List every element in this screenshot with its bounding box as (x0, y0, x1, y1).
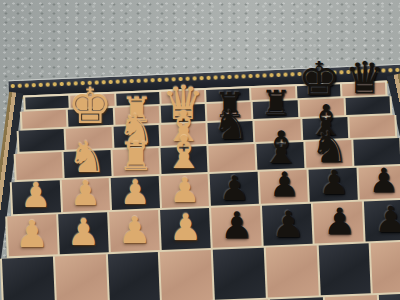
square-b5 (64, 150, 111, 178)
square-h8 (342, 82, 386, 96)
square-f7 (253, 100, 298, 119)
square-e2 (213, 248, 266, 300)
square-f6 (255, 119, 301, 142)
square-h7 (345, 96, 390, 115)
square-c4 (111, 176, 160, 210)
square-c8 (116, 92, 160, 106)
square-h4 (358, 166, 400, 200)
chessboard (0, 0, 400, 300)
square-d6 (160, 123, 206, 146)
square-c7 (114, 106, 159, 125)
square-g5 (305, 140, 352, 168)
square-a4 (12, 180, 61, 214)
square-b6 (66, 127, 112, 150)
square-e3 (211, 206, 262, 248)
square-f4 (259, 170, 308, 204)
square-d3 (160, 208, 211, 250)
square-f5 (257, 142, 304, 170)
square-h1 (379, 293, 400, 300)
square-d7 (160, 104, 205, 123)
square-e4 (210, 172, 259, 206)
chess-set-photo: ♚♛♚♜♛♜♜♞♝♞♝♞♜♝♝♞♟♟♟♟♟♟♟♟♟♟♟♟♟♟♟♟ (0, 0, 400, 300)
square-g3 (313, 202, 364, 244)
square-d2 (160, 250, 213, 300)
square-b2 (55, 254, 108, 300)
square-h6 (349, 115, 395, 138)
square-g4 (309, 168, 358, 202)
square-a2 (2, 257, 55, 300)
square-a3 (7, 214, 58, 256)
square-a5 (16, 152, 63, 180)
square-g6 (302, 117, 348, 140)
square-c5 (112, 148, 159, 176)
square-c3 (109, 210, 160, 252)
square-b4 (61, 178, 110, 212)
square-e6 (207, 121, 253, 144)
square-e8 (206, 88, 250, 102)
square-g2 (318, 243, 371, 295)
square-f8 (251, 86, 295, 100)
square-d5 (160, 146, 207, 174)
square-d8 (161, 90, 205, 104)
square-e5 (208, 144, 255, 172)
square-g8 (297, 84, 341, 98)
square-e7 (207, 102, 252, 121)
square-f2 (265, 245, 318, 297)
square-b8 (70, 94, 114, 108)
square-c2 (107, 252, 160, 300)
square-h5 (353, 138, 400, 166)
square-a8 (25, 96, 69, 110)
square-h3 (364, 199, 400, 241)
square-a7 (22, 110, 67, 129)
square-b3 (58, 212, 109, 254)
square-d4 (160, 174, 209, 208)
square-h2 (371, 241, 400, 293)
square-b7 (68, 108, 113, 127)
square-f3 (262, 204, 313, 246)
square-a6 (19, 129, 65, 152)
square-c6 (113, 125, 159, 148)
square-g7 (299, 98, 344, 117)
